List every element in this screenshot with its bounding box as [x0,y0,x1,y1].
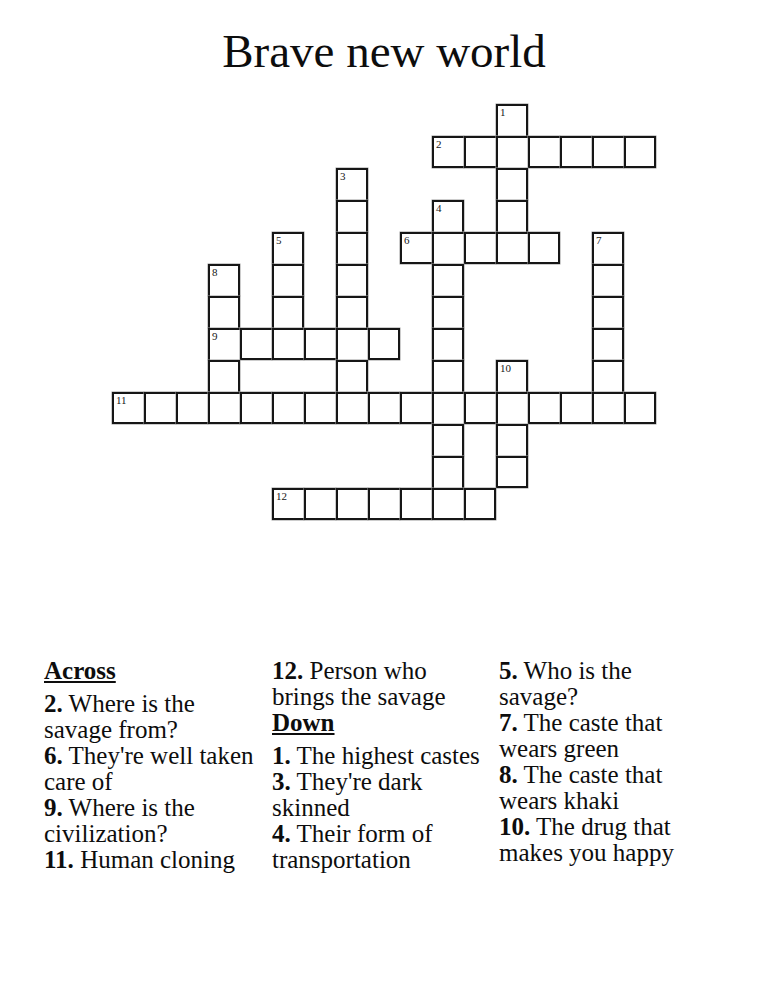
grid-cell-r12c5[interactable]: 12 [272,488,304,520]
down-clue-10: 10. The drug that makes you happy [499,814,713,866]
cell-number-6: 6 [404,234,410,246]
grid-cell-r4c11[interactable] [464,232,496,264]
clue-number: 3. [272,768,291,795]
grid-cell-r7c4[interactable] [240,328,272,360]
down-clue-3: 3. They're dark skinned [272,769,486,821]
cell-number-2: 2 [436,138,442,150]
grid-cell-r9c3[interactable] [208,392,240,424]
across-clue-11: 11. Human cloning [44,847,258,873]
grid-cell-r9c2[interactable] [176,392,208,424]
clue-number: 1. [272,742,291,769]
grid-cell-r12c11[interactable] [464,488,496,520]
clue-number: 4. [272,820,291,847]
clue-number: 8. [499,761,518,788]
grid-cell-r8c15[interactable] [592,360,624,392]
cell-number-3: 3 [340,170,346,182]
grid-cell-r4c10[interactable] [432,232,464,264]
grid-cell-r1c14[interactable] [560,136,592,168]
grid-cell-r10c12[interactable] [496,424,528,456]
crossword-grid: 123456789101112 [112,104,656,520]
grid-cell-r8c10[interactable] [432,360,464,392]
grid-cell-r7c15[interactable] [592,328,624,360]
down-clue-4: 4. Their form of transportation [272,821,486,873]
grid-cell-r5c5[interactable] [272,264,304,296]
clue-number: 10. [499,813,530,840]
down-header: Down [272,710,486,736]
grid-cell-r10c10[interactable] [432,424,464,456]
grid-cell-r4c15[interactable]: 7 [592,232,624,264]
grid-cell-r3c7[interactable] [336,200,368,232]
grid-cell-r9c10[interactable] [432,392,464,424]
down-clue-1: 1. The highest castes [272,743,486,769]
down-clue-8: 8. The caste that wears khaki [499,762,713,814]
grid-cell-r11c12[interactable] [496,456,528,488]
grid-cell-r1c11[interactable] [464,136,496,168]
across-clue-6: 6. They're well taken care of [44,743,258,795]
clue-number: 2. [44,690,63,717]
clue-number: 6. [44,742,63,769]
clue-column-across: Across2. Where is the savage from?6. The… [44,658,258,873]
grid-cell-r7c6[interactable] [304,328,336,360]
cell-number-5: 5 [276,234,282,246]
across-clue-12: 12. Person who brings the savage [272,658,486,710]
puzzle-title: Brave new world [0,26,768,78]
grid-cell-r8c7[interactable] [336,360,368,392]
cell-number-8: 8 [212,266,218,278]
grid-cell-r7c8[interactable] [368,328,400,360]
grid-cell-r9c8[interactable] [368,392,400,424]
grid-cell-r1c16[interactable] [624,136,656,168]
grid-cell-r6c10[interactable] [432,296,464,328]
cell-number-9: 9 [212,330,218,342]
grid-cell-r9c5[interactable] [272,392,304,424]
grid-cell-r12c10[interactable] [432,488,464,520]
grid-cell-r7c7[interactable] [336,328,368,360]
cell-number-1: 1 [500,106,506,118]
grid-cell-r6c5[interactable] [272,296,304,328]
down-clue-7: 7. The caste that wears green [499,710,713,762]
grid-cell-r12c6[interactable] [304,488,336,520]
clue-number: 11. [44,846,74,873]
grid-cell-r5c15[interactable] [592,264,624,296]
clue-number: 5. [499,657,518,684]
grid-cell-r4c5[interactable]: 5 [272,232,304,264]
grid-cell-r1c13[interactable] [528,136,560,168]
grid-cell-r1c10[interactable]: 2 [432,136,464,168]
clue-number: 7. [499,709,518,736]
clue-column-middle: 12. Person who brings the savageDown1. T… [272,658,486,873]
grid-cell-r6c15[interactable] [592,296,624,328]
clue-column-right: 5. Who is the savage?7. The caste that w… [499,658,713,866]
grid-cell-r8c12[interactable]: 10 [496,360,528,392]
crossword-worksheet: { "game": "crossword", "title": "Brave n… [0,0,768,994]
clue-number: 12. [272,657,303,684]
grid-cell-r9c9[interactable] [400,392,432,424]
across-clue-2: 2. Where is the savage from? [44,691,258,743]
grid-cell-r12c7[interactable] [336,488,368,520]
grid-cell-r0c12[interactable]: 1 [496,104,528,136]
across-header: Across [44,658,258,684]
grid-cell-r9c12[interactable] [496,392,528,424]
grid-cell-r3c12[interactable] [496,200,528,232]
grid-cell-r12c8[interactable] [368,488,400,520]
grid-cell-r7c3[interactable]: 9 [208,328,240,360]
grid-cell-r12c9[interactable] [400,488,432,520]
grid-cell-r3c10[interactable]: 4 [432,200,464,232]
grid-cell-r4c12[interactable] [496,232,528,264]
grid-cell-r9c0[interactable]: 11 [112,392,144,424]
grid-cell-r9c7[interactable] [336,392,368,424]
across-clue-9: 9. Where is the civilization? [44,795,258,847]
grid-cell-r4c9[interactable]: 6 [400,232,432,264]
grid-cell-r4c7[interactable] [336,232,368,264]
cell-number-11: 11 [116,394,127,406]
grid-cell-r2c7[interactable]: 3 [336,168,368,200]
grid-cell-r1c12[interactable] [496,136,528,168]
cell-number-12: 12 [276,490,287,502]
grid-cell-r5c3[interactable]: 8 [208,264,240,296]
grid-cell-r6c3[interactable] [208,296,240,328]
grid-cell-r7c10[interactable] [432,328,464,360]
grid-cell-r9c15[interactable] [592,392,624,424]
clue-number: 9. [44,794,63,821]
cell-number-7: 7 [596,234,602,246]
grid-cell-r9c11[interactable] [464,392,496,424]
grid-cell-r8c3[interactable] [208,360,240,392]
cell-number-4: 4 [436,202,442,214]
grid-cell-r9c1[interactable] [144,392,176,424]
down-clue-5: 5. Who is the savage? [499,658,713,710]
grid-cell-r9c4[interactable] [240,392,272,424]
grid-cell-r9c14[interactable] [560,392,592,424]
grid-cell-r9c16[interactable] [624,392,656,424]
grid-cell-r4c13[interactable] [528,232,560,264]
cell-number-10: 10 [500,362,511,374]
grid-cell-r9c6[interactable] [304,392,336,424]
grid-cell-r1c15[interactable] [592,136,624,168]
grid-cell-r11c10[interactable] [432,456,464,488]
grid-cell-r2c12[interactable] [496,168,528,200]
grid-cell-r5c7[interactable] [336,264,368,296]
grid-cell-r7c5[interactable] [272,328,304,360]
grid-cell-r5c10[interactable] [432,264,464,296]
grid-cell-r6c7[interactable] [336,296,368,328]
grid-cell-r9c13[interactable] [528,392,560,424]
